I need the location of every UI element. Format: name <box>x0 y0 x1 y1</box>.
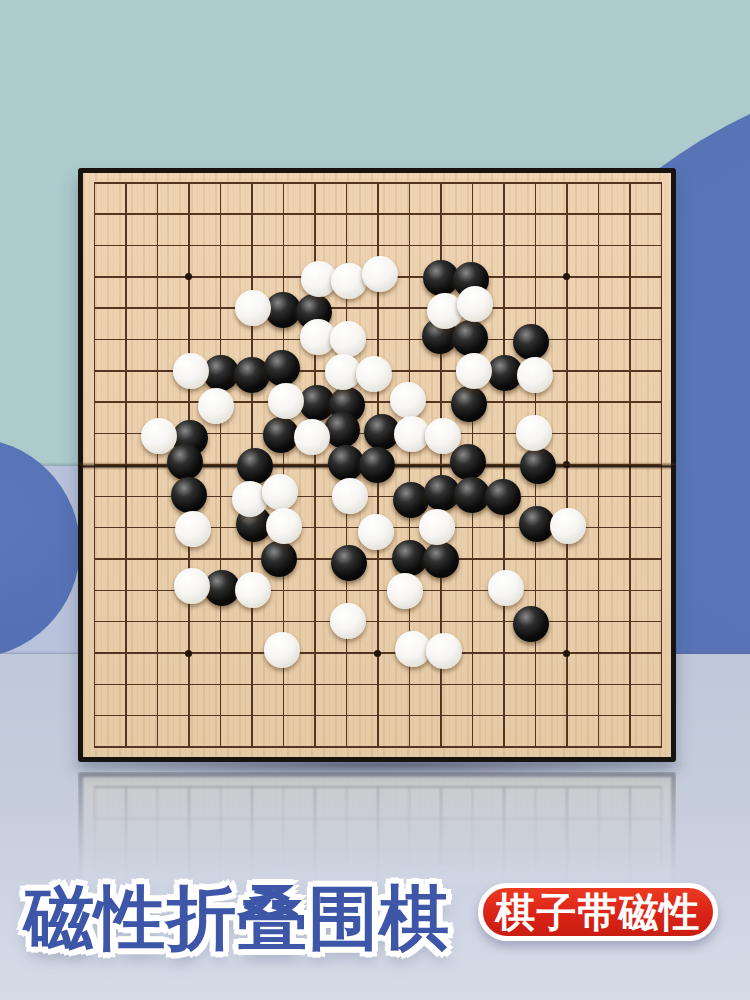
stone-white-C11[interactable] <box>141 418 177 454</box>
stone-white-F6[interactable] <box>235 572 271 608</box>
stone-white-G8[interactable] <box>266 508 302 544</box>
stone-black-D10[interactable] <box>167 444 203 480</box>
stone-black-N12[interactable] <box>451 386 487 422</box>
stone-white-M8[interactable] <box>419 509 455 545</box>
reflection-fade <box>78 772 676 884</box>
stone-white-D6[interactable] <box>174 568 210 604</box>
stone-black-N10[interactable] <box>450 444 486 480</box>
product-photo-scene: 磁性折叠围棋 棋子带磁性 <box>0 0 750 1000</box>
stone-black-N14[interactable] <box>452 320 488 356</box>
stone-white-N15[interactable] <box>457 286 493 322</box>
stone-black-O9[interactable] <box>485 479 521 515</box>
stone-white-J5[interactable] <box>330 603 366 639</box>
stone-white-D13[interactable] <box>173 353 209 389</box>
stone-white-G12[interactable] <box>268 383 304 419</box>
stone-white-E12[interactable] <box>198 388 234 424</box>
stone-white-Q8[interactable] <box>550 508 586 544</box>
magnetic-feature-badge: 棋子带磁性 <box>478 883 718 941</box>
stone-black-J11[interactable] <box>324 412 360 448</box>
stone-black-D9[interactable] <box>171 477 207 513</box>
stones-layer <box>79 167 678 763</box>
stone-white-M4[interactable] <box>426 633 462 669</box>
stone-white-K13[interactable] <box>356 356 392 392</box>
stone-white-P13[interactable] <box>517 357 553 393</box>
product-title: 磁性折叠围棋 <box>24 872 450 966</box>
stone-white-H11[interactable] <box>294 419 330 455</box>
stone-white-G9[interactable] <box>262 474 298 510</box>
stone-white-J9[interactable] <box>332 478 368 514</box>
stone-white-K8[interactable] <box>358 514 394 550</box>
stone-black-P10[interactable] <box>520 448 556 484</box>
stone-white-G4[interactable] <box>264 632 300 668</box>
stone-white-O6[interactable] <box>488 570 524 606</box>
stone-black-J7[interactable] <box>331 545 367 581</box>
stone-white-N13[interactable] <box>456 353 492 389</box>
stone-black-G7[interactable] <box>261 541 297 577</box>
stone-black-P14[interactable] <box>513 324 549 360</box>
stone-black-M7[interactable] <box>423 542 459 578</box>
stone-white-K16[interactable] <box>362 256 398 292</box>
stone-white-M11[interactable] <box>425 418 461 454</box>
stone-white-F15[interactable] <box>235 290 271 326</box>
stone-white-J14[interactable] <box>330 321 366 357</box>
stone-white-L12[interactable] <box>390 382 426 418</box>
stone-black-G13[interactable] <box>264 350 300 386</box>
stone-white-D8[interactable] <box>175 511 211 547</box>
board-wood-surface <box>83 173 671 757</box>
stone-black-P5[interactable] <box>513 606 549 642</box>
badge-label: 棋子带磁性 <box>496 885 701 940</box>
stone-white-P11[interactable] <box>516 415 552 451</box>
stone-black-K10[interactable] <box>359 447 395 483</box>
go-board[interactable] <box>78 168 676 762</box>
board-reflection <box>78 772 676 884</box>
stone-white-L6[interactable] <box>387 573 423 609</box>
